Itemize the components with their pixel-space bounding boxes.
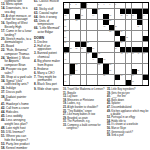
clue-text: They might be permanent (37, 75, 57, 83)
letter-cell[interactable] (143, 64, 148, 69)
letter-cell[interactable] (81, 75, 86, 80)
letter-cell[interactable] (143, 42, 148, 47)
letter-cell[interactable]: 48 (64, 58, 69, 63)
letter-cell[interactable]: 63 (132, 80, 137, 85)
letter-cell[interactable] (137, 75, 142, 80)
letter-cell[interactable] (109, 42, 114, 47)
letter-cell[interactable] (81, 25, 86, 30)
cell-number: 16 (121, 14, 123, 16)
letter-cell[interactable] (81, 80, 86, 85)
cell-number: 7 (109, 3, 110, 5)
letter-cell[interactable]: 34 (120, 42, 125, 47)
cell-number: 2 (70, 3, 71, 5)
block-cell (98, 58, 103, 63)
cell-number: 17 (126, 14, 128, 16)
letter-cell[interactable] (109, 75, 114, 80)
letter-cell[interactable] (81, 36, 86, 41)
letter-cell[interactable] (115, 53, 120, 58)
letter-cell[interactable]: 59 (103, 75, 108, 80)
block-cell (137, 47, 142, 52)
block-cell (143, 36, 148, 41)
letter-cell[interactable] (109, 58, 114, 63)
clue-column-middle: 61. Classic muscle car62. Sticky stuff63… (34, 0, 61, 92)
letter-cell[interactable] (137, 3, 142, 8)
letter-cell[interactable] (92, 64, 97, 69)
letter-cell[interactable] (109, 80, 114, 85)
cell-number: 43 (121, 52, 123, 54)
letter-cell[interactable] (115, 64, 120, 69)
letter-cell[interactable] (98, 80, 103, 85)
cell-number: 10 (81, 8, 83, 10)
clue-item: 23. A light burden to shoulder? (63, 106, 105, 109)
cell-number: 38 (92, 47, 94, 49)
letter-cell[interactable] (75, 53, 80, 58)
letter-cell[interactable]: 57 (64, 75, 69, 80)
cell-number: 18 (132, 14, 134, 16)
letter-cell[interactable]: 61 (132, 75, 137, 80)
letter-cell[interactable] (87, 75, 92, 80)
letter-cell[interactable] (120, 3, 125, 8)
clue-text: Classic muscle car (38, 0, 60, 7)
letter-cell[interactable] (75, 75, 80, 80)
clue-text: Half of an opposition (37, 44, 52, 52)
cell-number: 31 (126, 36, 128, 38)
clue-text: Big phone maker from Espoo (37, 59, 61, 67)
letter-cell[interactable]: 14 (92, 14, 97, 19)
block-cell (81, 3, 86, 8)
clue-item: 19. Ladies, e.g. (63, 102, 105, 105)
letter-cell[interactable] (81, 20, 86, 25)
letter-cell[interactable] (137, 42, 142, 47)
letter-cell[interactable]: 44 (126, 53, 131, 58)
block-cell (120, 9, 125, 14)
letter-cell[interactable] (70, 31, 75, 36)
letter-cell[interactable] (92, 3, 97, 8)
letter-cell[interactable] (92, 75, 97, 80)
letter-cell[interactable] (87, 58, 92, 63)
letter-cell[interactable] (143, 31, 148, 36)
block-cell (103, 14, 108, 19)
clue-text: "___ the line" (111, 95, 127, 98)
letter-cell[interactable] (115, 9, 120, 14)
letter-cell[interactable] (120, 58, 125, 63)
letter-cell[interactable]: 54 (75, 69, 80, 74)
letter-cell[interactable] (87, 80, 92, 85)
block-cell (70, 69, 75, 74)
letter-cell[interactable] (92, 31, 97, 36)
letter-cell[interactable]: 26 (137, 25, 142, 30)
letter-cell[interactable] (98, 75, 103, 80)
letter-cell[interactable]: 29 (120, 31, 125, 36)
letter-cell[interactable] (126, 3, 131, 8)
clue-text: Travel like Madonna or Lennon? (67, 88, 105, 91)
clue-text: Man or Skye (111, 127, 126, 130)
letter-cell[interactable]: 12 (64, 14, 69, 19)
letter-cell[interactable]: 17 (126, 14, 131, 19)
letter-cell[interactable] (126, 31, 131, 36)
block-cell (109, 25, 114, 30)
letter-cell[interactable]: 6 (103, 3, 108, 8)
cell-number: 20 (64, 19, 66, 21)
clue-text: Prosper via gun sales? (5, 67, 28, 75)
letter-cell[interactable] (92, 69, 97, 74)
letter-cell[interactable]: 36 (75, 47, 80, 52)
letter-cell[interactable] (87, 69, 92, 74)
letter-cell[interactable]: 9 (70, 9, 75, 14)
letter-cell[interactable] (75, 58, 80, 63)
block-cell (115, 75, 120, 80)
letter-cell[interactable]: 21 (75, 20, 80, 25)
cell-number: 26 (137, 25, 139, 27)
letter-cell[interactable] (92, 36, 97, 41)
clue-item: 45. Splatter (107, 102, 149, 105)
block-cell (115, 31, 120, 36)
letter-cell[interactable] (126, 42, 131, 47)
letter-cell[interactable]: 18 (132, 14, 137, 19)
block-cell (81, 42, 86, 47)
letter-cell[interactable]: 5 (98, 3, 103, 8)
letter-cell[interactable] (103, 42, 108, 47)
letter-cell[interactable] (75, 36, 80, 41)
letter-cell[interactable]: 32 (64, 42, 69, 47)
letter-cell[interactable] (81, 31, 86, 36)
letter-cell[interactable] (64, 69, 69, 74)
letter-cell[interactable] (143, 3, 148, 8)
cell-number: 42 (98, 52, 100, 54)
letter-cell[interactable]: 30 (64, 36, 69, 41)
letter-cell[interactable] (115, 14, 120, 19)
clue-text: Splatter (111, 102, 121, 105)
letter-cell[interactable] (120, 64, 125, 69)
letter-cell[interactable]: 40 (64, 53, 69, 58)
letter-cell[interactable] (70, 20, 75, 25)
cell-number: 39 (115, 47, 117, 49)
cell-number: 8 (115, 3, 116, 5)
down-clue-column-left: 10. Travel like Madonna or Lennon?11. Be… (63, 88, 105, 131)
letter-cell[interactable]: 50 (103, 58, 108, 63)
letter-cell[interactable]: 46 (137, 53, 142, 58)
letter-cell[interactable] (132, 20, 137, 25)
letter-cell[interactable]: 38 (92, 47, 97, 52)
letter-cell[interactable]: 23 (64, 25, 69, 30)
clue-text: "Little Mermaid" actor Edgar (38, 26, 60, 34)
letter-cell[interactable]: 58 (70, 75, 75, 80)
letter-cell[interactable] (75, 80, 80, 85)
letter-cell[interactable] (132, 64, 137, 69)
letter-cell[interactable] (81, 53, 86, 58)
letter-cell[interactable]: 28 (109, 31, 114, 36)
letter-cell[interactable] (115, 36, 120, 41)
letter-cell[interactable] (103, 36, 108, 41)
cell-number: 4 (87, 3, 88, 5)
letter-cell[interactable] (70, 80, 75, 85)
letter-cell[interactable] (70, 42, 75, 47)
clue-item: 59. Sink a putt (107, 134, 149, 137)
clue-text: Came in for a lunar landing? (5, 29, 32, 37)
letter-cell[interactable] (143, 58, 148, 63)
block-cell (64, 9, 69, 14)
clue-text: Downstairs, to a sea dog (5, 6, 28, 14)
letter-cell[interactable]: 33 (87, 42, 92, 47)
clue-item: 33. Compress a bald cornrow for congress… (63, 124, 105, 130)
letter-cell[interactable] (70, 58, 75, 63)
letter-cell[interactable]: 22 (109, 20, 114, 25)
letter-cell[interactable]: 60 (120, 75, 125, 80)
letter-cell[interactable] (98, 42, 103, 47)
letter-cell[interactable]: 49 (92, 58, 97, 63)
letter-cell[interactable]: 3 (75, 3, 80, 8)
letter-cell[interactable]: 53 (109, 64, 114, 69)
letter-cell[interactable] (132, 42, 137, 47)
letter-cell[interactable] (87, 14, 92, 19)
clue-text: Portrayal in an effigy (111, 116, 135, 119)
letter-cell[interactable]: 47 (143, 53, 148, 58)
block-cell (103, 64, 108, 69)
cell-number: 41 (87, 52, 89, 54)
cell-number: 47 (143, 52, 145, 54)
letter-cell[interactable]: 2 (70, 3, 75, 8)
letter-cell[interactable]: 41 (87, 53, 92, 58)
letter-cell[interactable] (98, 20, 103, 25)
letter-cell[interactable] (137, 36, 142, 41)
clue-item: 55. It's shown at a worksite (107, 123, 149, 126)
letter-cell[interactable] (92, 80, 97, 85)
letter-cell[interactable] (126, 58, 131, 63)
letter-cell[interactable] (137, 31, 142, 36)
clue-text: Signal "click" collected by ants? (5, 79, 29, 87)
letter-cell[interactable] (103, 80, 108, 85)
clue-text: Little Boy ingredient? (111, 88, 136, 91)
letter-cell[interactable] (132, 3, 137, 8)
cell-number: 27 (64, 30, 66, 32)
cell-number: 51 (75, 63, 77, 65)
letter-cell[interactable] (109, 53, 114, 58)
letter-cell[interactable] (132, 25, 137, 30)
letter-cell[interactable] (132, 31, 137, 36)
cell-number: 12 (64, 14, 66, 16)
letter-cell[interactable] (87, 9, 92, 14)
cell-number: 1 (64, 3, 65, 5)
letter-cell[interactable] (109, 47, 114, 52)
cell-number: 32 (64, 41, 66, 43)
letter-cell[interactable] (115, 20, 120, 25)
letter-cell[interactable]: 19 (143, 14, 148, 19)
letter-cell[interactable] (120, 80, 125, 85)
cell-number: 33 (87, 41, 89, 43)
block-cell (75, 14, 80, 19)
cell-number: 49 (92, 58, 94, 60)
cell-number: 63 (132, 80, 134, 82)
letter-cell[interactable]: 13 (81, 14, 86, 19)
cell-number: 34 (121, 41, 123, 43)
letter-cell[interactable] (87, 20, 92, 25)
letter-cell[interactable] (137, 58, 142, 63)
letter-cell[interactable] (70, 25, 75, 30)
letter-cell[interactable] (137, 64, 142, 69)
clue-item: 47. Discombobulated (107, 106, 149, 109)
cell-number: 57 (64, 74, 66, 76)
cell-number: 15 (109, 14, 111, 16)
letter-cell[interactable] (103, 47, 108, 52)
letter-cell[interactable]: 52 (98, 64, 103, 69)
letter-cell[interactable]: 10 (81, 9, 86, 14)
letter-cell[interactable]: 55 (109, 69, 114, 74)
block-cell (92, 53, 97, 58)
letter-cell[interactable] (75, 25, 80, 30)
cell-number: 3 (75, 3, 76, 5)
letter-cell[interactable] (70, 53, 75, 58)
letter-cell[interactable] (98, 47, 103, 52)
cell-number: 46 (137, 52, 139, 54)
letter-cell[interactable] (132, 36, 137, 41)
letter-cell[interactable] (81, 64, 86, 69)
letter-cell[interactable]: 31 (126, 36, 131, 41)
letter-cell[interactable] (103, 31, 108, 36)
block-cell (120, 47, 125, 52)
letter-cell[interactable] (115, 58, 120, 63)
block-cell (143, 75, 148, 80)
letter-cell[interactable]: 39 (115, 47, 120, 52)
block-cell (75, 42, 80, 47)
letter-cell[interactable] (75, 9, 80, 14)
letter-cell[interactable] (92, 42, 97, 47)
letter-cell[interactable]: 16 (120, 14, 125, 19)
letter-cell[interactable]: 56 (137, 69, 142, 74)
letter-cell[interactable] (126, 20, 131, 25)
letter-cell[interactable]: 1 (64, 3, 69, 8)
cell-number: 28 (109, 30, 111, 32)
letter-cell[interactable]: 42 (98, 53, 103, 58)
letter-cell[interactable] (87, 31, 92, 36)
letter-cell[interactable] (70, 14, 75, 19)
letter-cell[interactable] (120, 20, 125, 25)
block-cell (137, 20, 142, 25)
clue-text: Sink a putt (111, 134, 124, 137)
letter-cell[interactable]: 20 (64, 20, 69, 25)
cell-number: 23 (64, 25, 66, 27)
clue-item: 24. "Ambient 1: Music for Airports" comp… (1, 57, 32, 68)
letter-cell[interactable] (143, 69, 148, 74)
letter-cell[interactable] (109, 36, 114, 41)
letter-cell[interactable] (98, 14, 103, 19)
block-cell (143, 47, 148, 52)
clue-text: "Rule, Britannia!" composer Thomas (5, 48, 30, 56)
letter-cell[interactable] (126, 64, 131, 69)
letter-cell[interactable]: 15 (109, 14, 114, 19)
letter-cell[interactable]: 11 (98, 9, 103, 14)
clue-text: Spelling of West Beverly High (5, 21, 28, 29)
letter-cell[interactable] (109, 9, 114, 14)
block-cell (132, 69, 137, 74)
cell-number: 25 (115, 25, 117, 27)
clue-item: 66. "Little Mermaid" actor Edgar (34, 27, 61, 34)
letter-cell[interactable]: 43 (120, 53, 125, 58)
letter-cell[interactable]: 25 (115, 25, 120, 30)
letter-cell[interactable] (115, 69, 120, 74)
letter-cell[interactable] (92, 25, 97, 30)
clue-text: It's shown at a worksite (111, 123, 138, 126)
clue-text: Compress a bald cornrow for congress? (67, 124, 101, 130)
letter-cell[interactable]: 27 (64, 31, 69, 36)
letter-cell[interactable] (126, 69, 131, 74)
letter-cell[interactable]: 7 (109, 3, 114, 8)
clue-text: Less annoying weight loss plan? (5, 118, 28, 126)
clue-text: A light burden to shoulder? (67, 106, 98, 109)
letter-cell[interactable]: 4 (87, 3, 92, 8)
letter-cell[interactable] (75, 31, 80, 36)
letter-cell[interactable] (81, 58, 86, 63)
letter-cell[interactable] (81, 69, 86, 74)
letter-cell[interactable] (120, 69, 125, 74)
letter-cell[interactable] (143, 80, 148, 85)
letter-cell[interactable] (103, 53, 108, 58)
letter-cell[interactable] (103, 9, 108, 14)
letter-cell[interactable] (98, 36, 103, 41)
letter-cell[interactable]: 62 (64, 80, 69, 85)
letter-cell[interactable] (87, 25, 92, 30)
clue-text: Banned potent chemical (37, 51, 57, 59)
cell-number: 54 (75, 69, 77, 71)
block-cell (132, 47, 137, 52)
letter-cell[interactable] (98, 69, 103, 74)
letter-cell[interactable] (87, 64, 92, 69)
letter-cell[interactable]: 37 (81, 47, 86, 52)
cell-number: 19 (143, 14, 145, 16)
down-clue-column-right: 35. Little Boy ingredient?39. Gets the p… (107, 88, 149, 138)
clue-text: Wide shoe spec (37, 87, 59, 91)
letter-cell[interactable]: 24 (103, 25, 108, 30)
cell-number: 30 (64, 36, 66, 38)
cell-number: 6 (104, 3, 105, 5)
clue-item: 31. The Parthenon, e.g. (63, 120, 105, 123)
letter-cell[interactable] (126, 75, 131, 80)
letter-cell[interactable]: 51 (75, 64, 80, 69)
cell-number: 62 (64, 80, 66, 82)
block-cell (87, 47, 92, 52)
clue-item: 9. Wide shoe spec (34, 88, 61, 92)
letter-cell[interactable] (64, 64, 69, 69)
block-cell (137, 14, 142, 19)
letter-cell[interactable] (70, 36, 75, 41)
letter-cell[interactable] (120, 25, 125, 30)
cell-number: 59 (104, 74, 106, 76)
cell-number: 22 (109, 19, 111, 21)
letter-cell[interactable] (137, 80, 142, 85)
letter-cell[interactable] (87, 36, 92, 41)
across-clue-column-left: cafeteria fare 13. Menu option14. Downst… (1, 0, 32, 150)
letter-cell[interactable] (132, 58, 137, 63)
letter-cell[interactable] (143, 25, 148, 30)
block-cell (64, 47, 69, 52)
letter-cell[interactable] (115, 80, 120, 85)
letter-cell[interactable]: 35 (70, 47, 75, 52)
letter-cell[interactable] (98, 25, 103, 30)
block-cell (103, 20, 108, 25)
cell-number: 21 (75, 19, 77, 21)
clue-text: Where you can hide the burgers? (5, 134, 28, 142)
clue-text: Discombobulated (111, 106, 132, 109)
cell-number: 50 (104, 58, 106, 60)
letter-cell[interactable]: 8 (115, 3, 120, 8)
letter-cell[interactable] (98, 31, 103, 36)
letter-cell[interactable] (126, 25, 131, 30)
letter-cell[interactable] (143, 20, 148, 25)
cell-number: 14 (92, 14, 94, 16)
cell-number: 55 (109, 69, 111, 71)
clue-text: Units of temperature (38, 19, 54, 27)
letter-cell[interactable] (92, 20, 97, 25)
letter-cell[interactable]: 45 (132, 53, 137, 58)
